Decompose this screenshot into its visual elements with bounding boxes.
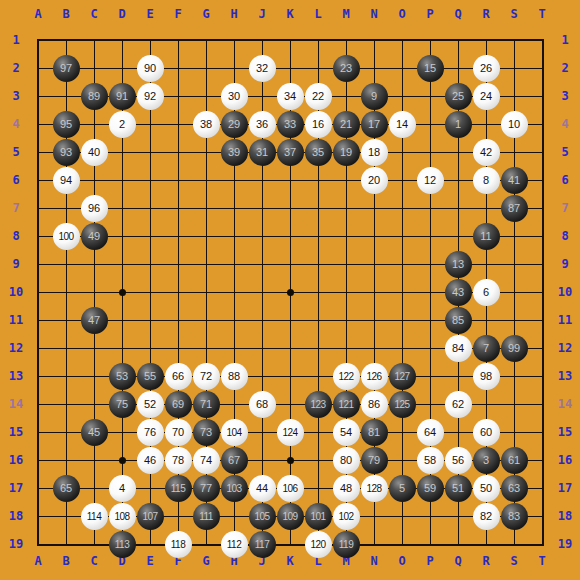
row-label-right-17: 17 bbox=[551, 481, 579, 495]
row-label-left-17: 17 bbox=[2, 481, 30, 495]
move-number: 59 bbox=[424, 482, 436, 494]
row-label-left-16: 16 bbox=[2, 453, 30, 467]
row-label-right-7: 7 bbox=[551, 201, 579, 215]
row-label-right-5: 5 bbox=[551, 145, 579, 159]
move-number: 24 bbox=[480, 90, 492, 102]
star-point-K10 bbox=[287, 289, 294, 296]
stone-black-M14[interactable]: 121 bbox=[333, 391, 360, 418]
stone-white-H19[interactable]: 112 bbox=[221, 531, 248, 558]
stone-white-N6[interactable]: 20 bbox=[361, 167, 388, 194]
stone-black-Q17[interactable]: 51 bbox=[445, 475, 472, 502]
stone-black-R16[interactable]: 3 bbox=[473, 447, 500, 474]
stone-black-H4[interactable]: 29 bbox=[221, 111, 248, 138]
stone-black-S17[interactable]: 63 bbox=[501, 475, 528, 502]
row-label-left-4: 4 bbox=[2, 117, 30, 131]
stone-white-J2[interactable]: 32 bbox=[249, 55, 276, 82]
stone-black-D3[interactable]: 91 bbox=[109, 83, 136, 110]
col-label-top-H: H bbox=[220, 7, 248, 21]
stone-white-C5[interactable]: 40 bbox=[81, 139, 108, 166]
row-label-right-16: 16 bbox=[551, 453, 579, 467]
row-label-left-14: 14 bbox=[2, 397, 30, 411]
move-number: 125 bbox=[394, 399, 409, 410]
stone-white-R6[interactable]: 8 bbox=[473, 167, 500, 194]
stone-white-L3[interactable]: 22 bbox=[305, 83, 332, 110]
stone-black-R12[interactable]: 7 bbox=[473, 335, 500, 362]
stone-black-S12[interactable]: 99 bbox=[501, 335, 528, 362]
go-diagram: ABCDEFGHJKLMNOPQRST ABCDEFGHJKLMNOPQRST … bbox=[0, 0, 580, 580]
stone-white-N5[interactable]: 18 bbox=[361, 139, 388, 166]
move-number: 67 bbox=[228, 454, 240, 466]
star-point-D10 bbox=[119, 289, 126, 296]
move-number: 12 bbox=[424, 174, 436, 186]
stone-white-R13[interactable]: 98 bbox=[473, 363, 500, 390]
move-number: 3 bbox=[483, 454, 489, 466]
stone-black-O14[interactable]: 125 bbox=[389, 391, 416, 418]
move-number: 100 bbox=[58, 231, 73, 242]
move-number: 106 bbox=[282, 483, 297, 494]
move-number: 118 bbox=[171, 539, 185, 550]
stone-white-S4[interactable]: 10 bbox=[501, 111, 528, 138]
stone-black-L18[interactable]: 101 bbox=[305, 503, 332, 530]
stone-black-J18[interactable]: 105 bbox=[249, 503, 276, 530]
move-number: 105 bbox=[254, 511, 269, 522]
col-label-bottom-T: T bbox=[528, 554, 556, 568]
stone-black-M5[interactable]: 19 bbox=[333, 139, 360, 166]
stone-white-E2[interactable]: 90 bbox=[137, 55, 164, 82]
stone-black-E18[interactable]: 107 bbox=[137, 503, 164, 530]
move-number: 39 bbox=[228, 146, 240, 158]
row-label-right-9: 9 bbox=[551, 257, 579, 271]
move-number: 50 bbox=[480, 482, 492, 494]
stone-white-E16[interactable]: 46 bbox=[137, 447, 164, 474]
move-number: 84 bbox=[452, 342, 464, 354]
stone-white-R15[interactable]: 60 bbox=[473, 419, 500, 446]
move-number: 29 bbox=[228, 118, 240, 130]
stone-white-M18[interactable]: 102 bbox=[333, 503, 360, 530]
move-number: 87 bbox=[508, 202, 520, 214]
row-label-left-13: 13 bbox=[2, 369, 30, 383]
stone-white-P6[interactable]: 12 bbox=[417, 167, 444, 194]
move-number: 123 bbox=[310, 399, 325, 410]
move-number: 113 bbox=[115, 539, 129, 550]
stone-black-Q10[interactable]: 43 bbox=[445, 279, 472, 306]
move-number: 64 bbox=[424, 426, 436, 438]
stone-black-M2[interactable]: 23 bbox=[333, 55, 360, 82]
row-label-left-15: 15 bbox=[2, 425, 30, 439]
col-label-bottom-B: B bbox=[52, 554, 80, 568]
move-number: 18 bbox=[368, 146, 380, 158]
row-label-left-1: 1 bbox=[2, 33, 30, 47]
move-number: 70 bbox=[172, 426, 184, 438]
stone-black-C3[interactable]: 89 bbox=[81, 83, 108, 110]
col-label-top-O: O bbox=[388, 7, 416, 21]
stone-black-C11[interactable]: 47 bbox=[81, 307, 108, 334]
move-number: 119 bbox=[339, 539, 353, 550]
move-number: 45 bbox=[88, 426, 100, 438]
stone-black-N3[interactable]: 9 bbox=[361, 83, 388, 110]
move-number: 107 bbox=[142, 511, 157, 522]
row-label-right-1: 1 bbox=[551, 33, 579, 47]
col-label-top-B: B bbox=[52, 7, 80, 21]
stone-white-G4[interactable]: 38 bbox=[193, 111, 220, 138]
stone-black-N16[interactable]: 79 bbox=[361, 447, 388, 474]
col-label-top-C: C bbox=[80, 7, 108, 21]
stone-black-H5[interactable]: 39 bbox=[221, 139, 248, 166]
move-number: 2 bbox=[119, 118, 125, 130]
move-number: 31 bbox=[256, 146, 268, 158]
move-number: 25 bbox=[452, 90, 464, 102]
stone-white-E3[interactable]: 92 bbox=[137, 83, 164, 110]
stone-black-D13[interactable]: 53 bbox=[109, 363, 136, 390]
stone-white-R3[interactable]: 24 bbox=[473, 83, 500, 110]
stone-white-J14[interactable]: 68 bbox=[249, 391, 276, 418]
row-label-right-2: 2 bbox=[551, 61, 579, 75]
stone-white-E14[interactable]: 52 bbox=[137, 391, 164, 418]
row-label-left-5: 5 bbox=[2, 145, 30, 159]
stone-white-F13[interactable]: 66 bbox=[165, 363, 192, 390]
move-number: 115 bbox=[171, 483, 185, 494]
stone-white-D18[interactable]: 108 bbox=[109, 503, 136, 530]
row-label-right-15: 15 bbox=[551, 425, 579, 439]
stone-white-R17[interactable]: 50 bbox=[473, 475, 500, 502]
stone-black-Q4[interactable]: 1 bbox=[445, 111, 472, 138]
move-number: 34 bbox=[284, 90, 296, 102]
move-number: 69 bbox=[172, 398, 184, 410]
stone-white-L19[interactable]: 120 bbox=[305, 531, 332, 558]
stone-white-C7[interactable]: 96 bbox=[81, 195, 108, 222]
move-number: 80 bbox=[340, 454, 352, 466]
move-number: 85 bbox=[452, 314, 464, 326]
stone-black-F14[interactable]: 69 bbox=[165, 391, 192, 418]
col-label-bottom-A: A bbox=[24, 554, 52, 568]
stone-white-P15[interactable]: 64 bbox=[417, 419, 444, 446]
move-number: 44 bbox=[256, 482, 268, 494]
move-number: 5 bbox=[399, 482, 405, 494]
move-number: 121 bbox=[338, 399, 353, 410]
move-number: 92 bbox=[144, 90, 156, 102]
stone-white-F15[interactable]: 70 bbox=[165, 419, 192, 446]
stone-white-B6[interactable]: 94 bbox=[53, 167, 80, 194]
row-label-left-19: 19 bbox=[2, 537, 30, 551]
move-number: 8 bbox=[483, 174, 489, 186]
col-label-top-L: L bbox=[304, 7, 332, 21]
row-label-left-9: 9 bbox=[2, 257, 30, 271]
move-number: 81 bbox=[368, 426, 380, 438]
stone-black-R8[interactable]: 11 bbox=[473, 223, 500, 250]
stone-white-G13[interactable]: 72 bbox=[193, 363, 220, 390]
move-number: 46 bbox=[144, 454, 156, 466]
row-label-right-6: 6 bbox=[551, 173, 579, 187]
star-point-K16 bbox=[287, 457, 294, 464]
move-number: 54 bbox=[340, 426, 352, 438]
stone-black-L5[interactable]: 35 bbox=[305, 139, 332, 166]
row-label-left-18: 18 bbox=[2, 509, 30, 523]
move-number: 19 bbox=[340, 146, 352, 158]
stone-black-J19[interactable]: 117 bbox=[249, 531, 276, 558]
move-number: 94 bbox=[60, 174, 72, 186]
move-number: 95 bbox=[60, 118, 72, 130]
stone-white-K17[interactable]: 106 bbox=[277, 475, 304, 502]
move-number: 26 bbox=[480, 62, 492, 74]
col-label-top-R: R bbox=[472, 7, 500, 21]
col-label-top-D: D bbox=[108, 7, 136, 21]
stone-black-J5[interactable]: 31 bbox=[249, 139, 276, 166]
col-label-top-S: S bbox=[500, 7, 528, 21]
stone-white-Q16[interactable]: 56 bbox=[445, 447, 472, 474]
stone-black-Q11[interactable]: 85 bbox=[445, 307, 472, 334]
move-number: 83 bbox=[508, 510, 520, 522]
stone-black-E13[interactable]: 55 bbox=[137, 363, 164, 390]
stone-black-D19[interactable]: 113 bbox=[109, 531, 136, 558]
stone-white-N14[interactable]: 86 bbox=[361, 391, 388, 418]
move-number: 75 bbox=[116, 398, 128, 410]
stone-black-H17[interactable]: 103 bbox=[221, 475, 248, 502]
move-number: 36 bbox=[256, 118, 268, 130]
stone-white-D17[interactable]: 4 bbox=[109, 475, 136, 502]
stone-black-Q9[interactable]: 13 bbox=[445, 251, 472, 278]
row-label-right-8: 8 bbox=[551, 229, 579, 243]
row-label-right-11: 11 bbox=[551, 313, 579, 327]
stone-white-J4[interactable]: 36 bbox=[249, 111, 276, 138]
move-number: 71 bbox=[200, 398, 212, 410]
stone-white-K3[interactable]: 34 bbox=[277, 83, 304, 110]
move-number: 9 bbox=[371, 90, 377, 102]
move-number: 56 bbox=[452, 454, 464, 466]
stone-black-P2[interactable]: 15 bbox=[417, 55, 444, 82]
move-number: 51 bbox=[452, 482, 464, 494]
move-number: 127 bbox=[394, 371, 409, 382]
row-label-left-8: 8 bbox=[2, 229, 30, 243]
move-number: 102 bbox=[338, 511, 353, 522]
move-number: 4 bbox=[119, 482, 125, 494]
stone-white-M16[interactable]: 80 bbox=[333, 447, 360, 474]
move-number: 122 bbox=[338, 371, 353, 382]
col-label-bottom-C: C bbox=[80, 554, 108, 568]
stone-white-F19[interactable]: 118 bbox=[165, 531, 192, 558]
move-number: 33 bbox=[284, 118, 296, 130]
stone-white-N17[interactable]: 128 bbox=[361, 475, 388, 502]
move-number: 117 bbox=[255, 539, 269, 550]
col-label-bottom-P: P bbox=[416, 554, 444, 568]
stone-black-K5[interactable]: 37 bbox=[277, 139, 304, 166]
row-label-left-12: 12 bbox=[2, 341, 30, 355]
stone-white-O4[interactable]: 14 bbox=[389, 111, 416, 138]
move-number: 23 bbox=[340, 62, 352, 74]
move-number: 112 bbox=[227, 539, 241, 550]
stone-white-D4[interactable]: 2 bbox=[109, 111, 136, 138]
move-number: 21 bbox=[340, 118, 352, 130]
col-label-top-K: K bbox=[276, 7, 304, 21]
row-label-right-19: 19 bbox=[551, 537, 579, 551]
stone-white-M17[interactable]: 48 bbox=[333, 475, 360, 502]
col-label-bottom-O: O bbox=[388, 554, 416, 568]
stone-black-N15[interactable]: 81 bbox=[361, 419, 388, 446]
move-number: 89 bbox=[88, 90, 100, 102]
move-number: 104 bbox=[226, 427, 241, 438]
move-number: 60 bbox=[480, 426, 492, 438]
move-number: 52 bbox=[144, 398, 156, 410]
move-number: 38 bbox=[200, 118, 212, 130]
stone-white-H13[interactable]: 88 bbox=[221, 363, 248, 390]
star-point-D16 bbox=[119, 457, 126, 464]
stone-white-R10[interactable]: 6 bbox=[473, 279, 500, 306]
move-number: 96 bbox=[88, 202, 100, 214]
move-number: 43 bbox=[452, 286, 464, 298]
stone-white-H15[interactable]: 104 bbox=[221, 419, 248, 446]
stone-black-D14[interactable]: 75 bbox=[109, 391, 136, 418]
move-number: 128 bbox=[366, 483, 381, 494]
col-label-top-F: F bbox=[164, 7, 192, 21]
stone-black-G17[interactable]: 77 bbox=[193, 475, 220, 502]
col-label-top-J: J bbox=[248, 7, 276, 21]
stone-white-B8[interactable]: 100 bbox=[53, 223, 80, 250]
row-label-left-3: 3 bbox=[2, 89, 30, 103]
stone-black-B2[interactable]: 97 bbox=[53, 55, 80, 82]
move-number: 11 bbox=[480, 230, 491, 242]
move-number: 41 bbox=[508, 174, 520, 186]
stone-white-Q12[interactable]: 84 bbox=[445, 335, 472, 362]
stone-black-M4[interactable]: 21 bbox=[333, 111, 360, 138]
move-number: 58 bbox=[424, 454, 436, 466]
move-number: 14 bbox=[396, 118, 408, 130]
col-label-bottom-Q: Q bbox=[444, 554, 472, 568]
stone-black-F17[interactable]: 115 bbox=[165, 475, 192, 502]
move-number: 66 bbox=[172, 370, 184, 382]
row-label-left-10: 10 bbox=[2, 285, 30, 299]
move-number: 124 bbox=[282, 427, 297, 438]
move-number: 91 bbox=[116, 90, 128, 102]
stone-black-C8[interactable]: 49 bbox=[81, 223, 108, 250]
row-label-right-18: 18 bbox=[551, 509, 579, 523]
col-label-top-Q: Q bbox=[444, 7, 472, 21]
stone-black-B17[interactable]: 65 bbox=[53, 475, 80, 502]
stone-black-K4[interactable]: 33 bbox=[277, 111, 304, 138]
move-number: 82 bbox=[480, 510, 492, 522]
stone-white-R5[interactable]: 42 bbox=[473, 139, 500, 166]
row-label-right-4: 4 bbox=[551, 117, 579, 131]
stone-white-E15[interactable]: 76 bbox=[137, 419, 164, 446]
move-number: 114 bbox=[87, 511, 101, 522]
move-number: 7 bbox=[483, 342, 489, 354]
stone-white-G16[interactable]: 74 bbox=[193, 447, 220, 474]
move-number: 49 bbox=[88, 230, 100, 242]
stone-white-C18[interactable]: 114 bbox=[81, 503, 108, 530]
move-number: 79 bbox=[368, 454, 380, 466]
stone-white-L4[interactable]: 16 bbox=[305, 111, 332, 138]
move-number: 53 bbox=[116, 370, 128, 382]
move-number: 10 bbox=[508, 118, 520, 130]
stone-black-G14[interactable]: 71 bbox=[193, 391, 220, 418]
stone-black-Q3[interactable]: 25 bbox=[445, 83, 472, 110]
move-number: 68 bbox=[256, 398, 268, 410]
col-label-bottom-K: K bbox=[276, 554, 304, 568]
move-number: 35 bbox=[312, 146, 324, 158]
move-number: 17 bbox=[368, 118, 380, 130]
move-number: 90 bbox=[144, 62, 156, 74]
stone-white-K15[interactable]: 124 bbox=[277, 419, 304, 446]
row-label-right-13: 13 bbox=[551, 369, 579, 383]
stone-white-R2[interactable]: 26 bbox=[473, 55, 500, 82]
col-label-top-P: P bbox=[416, 7, 444, 21]
row-label-left-7: 7 bbox=[2, 201, 30, 215]
stone-black-S7[interactable]: 87 bbox=[501, 195, 528, 222]
move-number: 98 bbox=[480, 370, 492, 382]
col-label-top-T: T bbox=[528, 7, 556, 21]
move-number: 47 bbox=[88, 314, 100, 326]
col-label-bottom-S: S bbox=[500, 554, 528, 568]
move-number: 13 bbox=[452, 258, 464, 270]
stone-white-J17[interactable]: 44 bbox=[249, 475, 276, 502]
row-label-left-6: 6 bbox=[2, 173, 30, 187]
stone-black-L14[interactable]: 123 bbox=[305, 391, 332, 418]
move-number: 126 bbox=[366, 371, 381, 382]
col-label-bottom-N: N bbox=[360, 554, 388, 568]
row-label-right-10: 10 bbox=[551, 285, 579, 299]
stone-white-H3[interactable]: 30 bbox=[221, 83, 248, 110]
stone-white-Q14[interactable]: 62 bbox=[445, 391, 472, 418]
stone-black-K18[interactable]: 109 bbox=[277, 503, 304, 530]
move-number: 15 bbox=[424, 62, 436, 74]
stone-black-B4[interactable]: 95 bbox=[53, 111, 80, 138]
stone-black-N4[interactable]: 17 bbox=[361, 111, 388, 138]
stone-white-N13[interactable]: 126 bbox=[361, 363, 388, 390]
stone-white-F16[interactable]: 78 bbox=[165, 447, 192, 474]
move-number: 20 bbox=[368, 174, 380, 186]
move-number: 37 bbox=[284, 146, 296, 158]
col-label-top-M: M bbox=[332, 7, 360, 21]
move-number: 74 bbox=[200, 454, 212, 466]
move-number: 99 bbox=[508, 342, 520, 354]
move-number: 65 bbox=[60, 482, 72, 494]
row-label-left-11: 11 bbox=[2, 313, 30, 327]
stone-white-M13[interactable]: 122 bbox=[333, 363, 360, 390]
col-label-top-A: A bbox=[24, 7, 52, 21]
move-number: 103 bbox=[226, 483, 241, 494]
move-number: 55 bbox=[144, 370, 156, 382]
stone-white-R18[interactable]: 82 bbox=[473, 503, 500, 530]
stone-black-S16[interactable]: 61 bbox=[501, 447, 528, 474]
stone-black-H16[interactable]: 67 bbox=[221, 447, 248, 474]
stone-black-G15[interactable]: 73 bbox=[193, 419, 220, 446]
col-label-bottom-G: G bbox=[192, 554, 220, 568]
stone-black-S6[interactable]: 41 bbox=[501, 167, 528, 194]
move-number: 40 bbox=[88, 146, 100, 158]
col-label-top-E: E bbox=[136, 7, 164, 21]
stone-black-S18[interactable]: 83 bbox=[501, 503, 528, 530]
col-label-top-N: N bbox=[360, 7, 388, 21]
stone-black-G18[interactable]: 111 bbox=[193, 503, 220, 530]
move-number: 32 bbox=[256, 62, 268, 74]
move-number: 101 bbox=[310, 511, 325, 522]
move-number: 72 bbox=[200, 370, 212, 382]
move-number: 48 bbox=[340, 482, 352, 494]
move-number: 77 bbox=[200, 482, 212, 494]
stone-white-P16[interactable]: 58 bbox=[417, 447, 444, 474]
move-number: 16 bbox=[312, 118, 324, 130]
col-label-bottom-E: E bbox=[136, 554, 164, 568]
move-number: 61 bbox=[508, 454, 520, 466]
stone-black-M19[interactable]: 119 bbox=[333, 531, 360, 558]
stone-black-C15[interactable]: 45 bbox=[81, 419, 108, 446]
move-number: 76 bbox=[144, 426, 156, 438]
stone-black-P17[interactable]: 59 bbox=[417, 475, 444, 502]
stone-black-O17[interactable]: 5 bbox=[389, 475, 416, 502]
move-number: 42 bbox=[480, 146, 492, 158]
row-label-right-3: 3 bbox=[551, 89, 579, 103]
stone-black-O13[interactable]: 127 bbox=[389, 363, 416, 390]
stone-black-B5[interactable]: 93 bbox=[53, 139, 80, 166]
stone-white-M15[interactable]: 54 bbox=[333, 419, 360, 446]
